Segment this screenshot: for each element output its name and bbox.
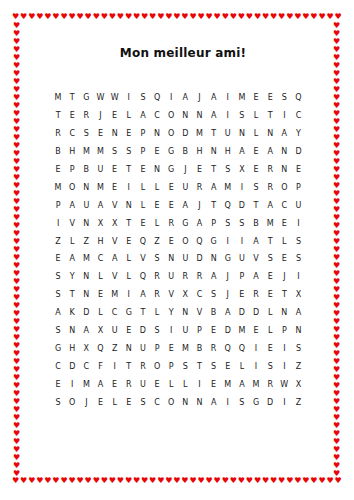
grid-cell: R	[122, 375, 136, 393]
grid-cell: I	[291, 268, 305, 286]
heart-icon: ♥	[28, 13, 35, 22]
heart-icon: ♥	[262, 13, 269, 22]
heart-icon: ♥	[310, 13, 317, 22]
grid-cell: Z	[150, 232, 164, 250]
grid-cell: H	[221, 143, 235, 161]
heart-icon: ♥	[36, 13, 43, 22]
grid-cell: G	[122, 304, 136, 322]
grid-cell: P	[192, 322, 206, 340]
grid-cell: E	[164, 232, 178, 250]
heart-icon: ♥	[181, 13, 188, 22]
grid-cell: M	[178, 339, 192, 357]
heart-icon: ♥	[286, 477, 293, 486]
grid-cell: N	[263, 125, 277, 143]
grid-cell: S	[178, 357, 192, 375]
grid-cell: I	[249, 339, 263, 357]
grid-cell: I	[235, 232, 249, 250]
heart-icon: ♥	[20, 477, 27, 486]
heart-icon: ♥	[238, 13, 245, 22]
grid-cell: O	[150, 357, 164, 375]
heart-icon: ♥	[246, 477, 253, 486]
grid-cell: S	[221, 161, 235, 179]
grid-cell: N	[291, 322, 305, 340]
heart-icon: ♥	[238, 477, 245, 486]
grid-cell: C	[51, 357, 65, 375]
grid-cell: R	[164, 214, 178, 232]
grid-cell: D	[221, 322, 235, 340]
grid-cell: M	[263, 214, 277, 232]
heart-icon: ♥	[262, 477, 269, 486]
grid-cell: S	[51, 286, 65, 304]
grid-cell: U	[235, 250, 249, 268]
grid-cell: R	[79, 107, 93, 125]
grid-cell: B	[192, 339, 206, 357]
grid-cell: L	[178, 375, 192, 393]
grid-cell: U	[136, 375, 150, 393]
grid-cell: P	[207, 214, 221, 232]
grid-cell: S	[291, 250, 305, 268]
grid-cell: E	[192, 161, 206, 179]
grid-cell: S	[150, 250, 164, 268]
grid-cell: C	[150, 393, 164, 411]
grid-cell: E	[122, 232, 136, 250]
grid-cell: E	[249, 322, 263, 340]
grid-cell: X	[93, 322, 107, 340]
grid-cell: A	[93, 375, 107, 393]
grid-cell: L	[150, 178, 164, 196]
grid-cell: T	[65, 286, 79, 304]
grid-cell: B	[79, 161, 93, 179]
grid-cell: U	[108, 322, 122, 340]
grid-cell: I	[221, 232, 235, 250]
grid-cell: L	[136, 196, 150, 214]
grid-cell: H	[192, 143, 206, 161]
grid-cell: G	[207, 232, 221, 250]
heart-icon: ♥	[157, 13, 164, 22]
grid-cell: L	[108, 393, 122, 411]
heart-icon: ♥	[173, 477, 180, 486]
grid-cell: T	[207, 196, 221, 214]
heart-icon: ♥	[318, 13, 325, 22]
grid-cell: N	[79, 214, 93, 232]
grid-cell: G	[79, 89, 93, 107]
grid-cell: X	[178, 286, 192, 304]
grid-cell: A	[65, 196, 79, 214]
grid-cell: E	[65, 107, 79, 125]
grid-cell: N	[164, 250, 178, 268]
grid-cell: D	[291, 143, 305, 161]
heart-icon: ♥	[60, 477, 67, 486]
grid-cell: V	[136, 250, 150, 268]
grid-cell: R	[150, 286, 164, 304]
heart-icon: ♥	[197, 13, 204, 22]
grid-cell: S	[136, 393, 150, 411]
grid-cell: A	[263, 196, 277, 214]
heart-icon: ♥	[52, 477, 59, 486]
grid-cell: P	[136, 143, 150, 161]
grid-cell: V	[65, 214, 79, 232]
grid-cell: Y	[164, 304, 178, 322]
grid-cell: S	[207, 286, 221, 304]
grid-cell: B	[249, 214, 263, 232]
grid-cell: N	[178, 107, 192, 125]
grid-cell: U	[221, 125, 235, 143]
grid-cell: E	[122, 393, 136, 411]
grid-cell: E	[150, 375, 164, 393]
grid-cell: C	[150, 107, 164, 125]
grid-cell: E	[108, 375, 122, 393]
grid-cell: L	[136, 178, 150, 196]
grid-cell: T	[277, 286, 291, 304]
grid-cell: L	[249, 125, 263, 143]
grid-cell: Y	[291, 125, 305, 143]
grid-cell: X	[93, 214, 107, 232]
grid-cell: N	[65, 322, 79, 340]
grid-cell: S	[51, 393, 65, 411]
grid-cell: I	[277, 339, 291, 357]
grid-cell: O	[277, 178, 291, 196]
grid-cell: M	[192, 125, 206, 143]
heart-icon: ♥	[93, 477, 100, 486]
grid-cell: L	[122, 268, 136, 286]
grid-cell: Z	[79, 232, 93, 250]
grid-cell: I	[108, 357, 122, 375]
grid-cell: W	[93, 89, 107, 107]
grid-cell: I	[65, 375, 79, 393]
grid-cell: A	[65, 250, 79, 268]
grid-cell: Q	[221, 339, 235, 357]
grid-cell: E	[249, 161, 263, 179]
heart-icon: ♥	[44, 13, 51, 22]
grid-cell: E	[263, 339, 277, 357]
page-title: Mon meilleur ami!	[12, 46, 354, 60]
grid-cell: L	[150, 214, 164, 232]
grid-cell: L	[122, 250, 136, 268]
grid-cell: P	[277, 322, 291, 340]
grid-cell: D	[235, 196, 249, 214]
grid-cell: R	[192, 268, 206, 286]
grid-cell: A	[249, 232, 263, 250]
heart-icon: ♥	[117, 477, 124, 486]
grid-cell: S	[291, 339, 305, 357]
heart-icon: ♥	[181, 477, 188, 486]
grid-cell: J	[79, 393, 93, 411]
grid-cell: M	[108, 286, 122, 304]
grid-cell: M	[221, 375, 235, 393]
grid-cell: J	[178, 161, 192, 179]
grid-cell: S	[249, 178, 263, 196]
heart-icon: ♥	[125, 477, 132, 486]
grid-cell: L	[277, 232, 291, 250]
grid-cell: R	[136, 357, 150, 375]
grid-cell: C	[291, 107, 305, 125]
grid-cell: J	[192, 196, 206, 214]
grid-cell: S	[263, 357, 277, 375]
grid-cell: E	[249, 89, 263, 107]
grid-cell: U	[79, 196, 93, 214]
heart-icon: ♥	[230, 477, 237, 486]
grid-cell: S	[235, 107, 249, 125]
heart-icon: ♥	[318, 477, 325, 486]
heart-icon: ♥	[125, 13, 132, 22]
grid-cell: M	[79, 143, 93, 161]
grid-cell: I	[221, 107, 235, 125]
grid-cell: E	[249, 143, 263, 161]
grid-cell: M	[79, 375, 93, 393]
grid-cell: L	[249, 107, 263, 125]
heart-icon: ♥	[157, 477, 164, 486]
grid-cell: O	[164, 393, 178, 411]
grid-cell: R	[192, 178, 206, 196]
heart-icon: ♥	[77, 477, 84, 486]
grid-cell: E	[150, 196, 164, 214]
heart-icon: ♥	[286, 13, 293, 22]
heart-icon: ♥	[206, 477, 213, 486]
grid-cell: T	[65, 89, 79, 107]
grid-cell: S	[235, 214, 249, 232]
heart-icon: ♥	[12, 477, 19, 486]
heart-icon: ♥	[254, 477, 261, 486]
grid-cell: H	[93, 232, 107, 250]
grid-cell: E	[263, 268, 277, 286]
grid-cell: S	[51, 322, 65, 340]
grid-cell: W	[108, 89, 122, 107]
grid-cell: E	[263, 286, 277, 304]
grid-cell: G	[164, 161, 178, 179]
grid-cell: R	[51, 125, 65, 143]
grid-cell: E	[207, 375, 221, 393]
grid-cell: U	[164, 268, 178, 286]
grid-cell: E	[277, 214, 291, 232]
heart-icon: ♥	[197, 477, 204, 486]
grid-cell: N	[150, 161, 164, 179]
grid-cell: X	[291, 375, 305, 393]
grid-cell: Z	[51, 232, 65, 250]
grid-cell: Y	[65, 268, 79, 286]
grid-cell: I	[291, 214, 305, 232]
worksheet-page: ♥♥♥♥♥♥♥♥♥♥♥♥♥♥♥♥♥♥♥♥♥♥♥♥♥♥♥♥♥♥♥♥♥♥♥♥♥♥♥♥…	[0, 0, 354, 500]
grid-cell: T	[122, 214, 136, 232]
grid-cell: M	[235, 322, 249, 340]
grid-cell: E	[235, 286, 249, 304]
grid-cell: V	[164, 286, 178, 304]
grid-cell: N	[79, 286, 93, 304]
grid-cell: A	[277, 125, 291, 143]
heart-icon: ♥	[214, 13, 221, 22]
heart-icon: ♥	[101, 13, 108, 22]
grid-cell: N	[277, 161, 291, 179]
grid-cell: T	[263, 107, 277, 125]
grid-cell: N	[207, 250, 221, 268]
grid-cell: P	[51, 196, 65, 214]
heart-icon: ♥	[302, 13, 309, 22]
grid-cell: S	[235, 393, 249, 411]
grid-cell: P	[136, 125, 150, 143]
grid-cell: R	[178, 268, 192, 286]
heart-icon: ♥	[133, 13, 140, 22]
grid-cell: N	[150, 125, 164, 143]
grid-cell: V	[192, 304, 206, 322]
heart-icon: ♥	[270, 13, 277, 22]
grid-cell: P	[291, 178, 305, 196]
grid-cell: E	[93, 286, 107, 304]
grid-cell: Q	[136, 268, 150, 286]
grid-cell: R	[207, 339, 221, 357]
grid-cell: T	[122, 161, 136, 179]
grid-cell: N	[178, 304, 192, 322]
grid-cell: U	[93, 161, 107, 179]
grid-cell: S	[122, 143, 136, 161]
grid-cell: E	[108, 161, 122, 179]
grid-cell: R	[263, 178, 277, 196]
grid-cell: I	[221, 393, 235, 411]
grid-cell: E	[51, 375, 65, 393]
grid-cell: H	[65, 143, 79, 161]
grid-cell: T	[122, 357, 136, 375]
grid-cell: G	[249, 393, 263, 411]
grid-cell: J	[221, 268, 235, 286]
grid-cell: M	[249, 375, 263, 393]
grid-cell: A	[178, 196, 192, 214]
grid-cell: Q	[150, 89, 164, 107]
grid-cell: J	[277, 268, 291, 286]
grid-cell: L	[263, 304, 277, 322]
grid-cell: N	[79, 268, 93, 286]
heart-icon: ♥	[93, 13, 100, 22]
grid-cell: D	[249, 304, 263, 322]
grid-cell: A	[136, 107, 150, 125]
grid-cell: E	[150, 143, 164, 161]
grid-cell: E	[291, 161, 305, 179]
grid-cell: S	[291, 232, 305, 250]
grid-cell: I	[164, 322, 178, 340]
grid-cell: C	[79, 357, 93, 375]
heart-icon: ♥	[68, 477, 75, 486]
grid-cell: D	[65, 357, 79, 375]
heart-icon: ♥	[13, 470, 22, 478]
heart-icon: ♥	[278, 477, 285, 486]
grid-cell: R	[263, 161, 277, 179]
grid-cell: E	[93, 125, 107, 143]
grid-cell: A	[207, 268, 221, 286]
grid-cell: E	[164, 178, 178, 196]
grid-cell: F	[93, 357, 107, 375]
grid-cell: G	[51, 339, 65, 357]
grid-cell: X	[235, 161, 249, 179]
heart-icon: ♥	[333, 470, 342, 478]
grid-cell: A	[136, 286, 150, 304]
grid-cell: D	[263, 393, 277, 411]
heart-icon: ♥	[141, 13, 148, 22]
grid-cell: I	[235, 178, 249, 196]
grid-cell: R	[150, 268, 164, 286]
grid-cell: N	[178, 393, 192, 411]
grid-cell: H	[65, 339, 79, 357]
grid-cell: S	[263, 250, 277, 268]
word-search-grid: MTGWWISQIAJAIMEESQTERJELACONNAISLTICRCSE…	[51, 89, 306, 411]
grid-cell: A	[108, 250, 122, 268]
grid-cell: L	[263, 322, 277, 340]
heart-icon: ♥	[335, 477, 342, 486]
grid-cell: E	[108, 178, 122, 196]
grid-cell: A	[249, 268, 263, 286]
heart-border-left: ♥♥♥♥♥♥♥♥♥♥♥♥♥♥♥♥♥♥♥♥♥♥♥♥♥♥♥♥♥♥♥♥♥♥♥♥♥♥♥♥…	[13, 22, 22, 477]
grid-cell: Q	[221, 196, 235, 214]
grid-cell: A	[207, 89, 221, 107]
grid-cell: J	[221, 286, 235, 304]
grid-cell: O	[164, 107, 178, 125]
grid-cell: I	[122, 178, 136, 196]
grid-cell: P	[164, 357, 178, 375]
grid-cell: E	[263, 89, 277, 107]
heart-icon: ♥	[44, 477, 51, 486]
grid-cell: P	[65, 161, 79, 179]
heart-icon: ♥	[52, 13, 59, 22]
grid-cell: Q	[192, 232, 206, 250]
heart-icon: ♥	[149, 13, 156, 22]
grid-cell: N	[192, 107, 206, 125]
grid-cell: S	[207, 357, 221, 375]
grid-cell: C	[277, 196, 291, 214]
grid-cell: C	[65, 125, 79, 143]
heart-icon: ♥	[109, 13, 116, 22]
grid-cell: I	[51, 214, 65, 232]
heart-icon: ♥	[270, 477, 277, 486]
grid-cell: E	[51, 250, 65, 268]
heart-icon: ♥	[173, 13, 180, 22]
grid-cell: S	[221, 214, 235, 232]
heart-icon: ♥	[294, 13, 301, 22]
grid-cell: Z	[291, 393, 305, 411]
grid-cell: U	[178, 250, 192, 268]
grid-cell: D	[79, 304, 93, 322]
grid-cell: M	[79, 250, 93, 268]
grid-cell: A	[207, 393, 221, 411]
heart-icon: ♥	[189, 13, 196, 22]
grid-cell: S	[277, 89, 291, 107]
grid-cell: W	[277, 375, 291, 393]
grid-cell: N	[108, 125, 122, 143]
grid-cell: A	[221, 304, 235, 322]
grid-cell: B	[207, 304, 221, 322]
grid-cell: L	[65, 232, 79, 250]
grid-cell: V	[249, 250, 263, 268]
heart-icon: ♥	[302, 477, 309, 486]
grid-cell: I	[192, 375, 206, 393]
heart-icon: ♥	[189, 477, 196, 486]
grid-cell: E	[122, 125, 136, 143]
grid-cell: D	[136, 322, 150, 340]
grid-cell: N	[277, 304, 291, 322]
heart-icon: ♥	[278, 13, 285, 22]
grid-cell: O	[178, 232, 192, 250]
heart-icon: ♥	[165, 477, 172, 486]
grid-cell: I	[277, 357, 291, 375]
grid-cell: L	[93, 268, 107, 286]
heart-icon: ♥	[165, 13, 172, 22]
grid-cell: E	[164, 339, 178, 357]
grid-cell: Z	[291, 357, 305, 375]
grid-cell: I	[277, 107, 291, 125]
grid-cell: N	[207, 143, 221, 161]
grid-cell: V	[108, 196, 122, 214]
grid-cell: E	[108, 107, 122, 125]
grid-cell: M	[235, 89, 249, 107]
heart-icon: ♥	[85, 477, 92, 486]
heart-icon: ♥	[294, 477, 301, 486]
grid-cell: L	[93, 304, 107, 322]
heart-icon: ♥	[68, 13, 75, 22]
